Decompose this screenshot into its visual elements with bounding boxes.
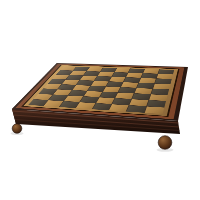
product-photo-scene: [0, 0, 200, 200]
square-h1: [145, 106, 164, 114]
square-g1: [127, 105, 146, 112]
bun-foot-left: [12, 124, 22, 134]
board-grid: [28, 66, 174, 114]
board-inner-border: [23, 65, 178, 116]
square-f1: [109, 104, 128, 111]
bun-foot-right: [158, 136, 172, 150]
